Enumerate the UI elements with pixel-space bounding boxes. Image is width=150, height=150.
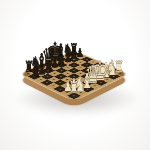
- product-photo: ♜♞♝♛♚♝♞♜♟♟♟♟♟♟♟♟♟♟♟♟♟♟♟♟♜♞♝♛♚♝♞♜: [0, 0, 150, 150]
